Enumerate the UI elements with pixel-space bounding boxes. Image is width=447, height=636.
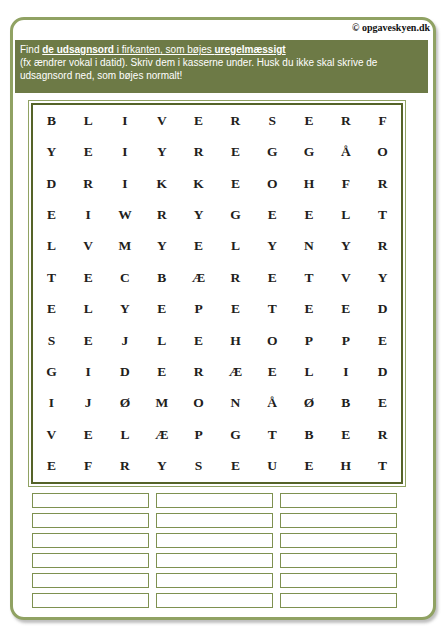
grid-cell: E	[254, 262, 291, 293]
grid-cell: H	[217, 325, 254, 356]
grid-cell: E	[291, 199, 328, 230]
answer-boxes	[32, 493, 397, 608]
grid-cell: J	[107, 325, 144, 356]
grid-cell: P	[180, 293, 217, 324]
grid-cell: V	[143, 105, 180, 136]
grid-cell: D	[364, 293, 401, 324]
grid-cell: O	[180, 388, 217, 419]
grid-cell: T	[364, 451, 401, 482]
grid-cell: E	[291, 105, 328, 136]
grid-cell: E	[180, 231, 217, 262]
grid-cell: E	[254, 199, 291, 230]
answer-box	[32, 493, 149, 508]
grid-cell: R	[364, 231, 401, 262]
grid-cell: Y	[180, 199, 217, 230]
answer-box	[32, 593, 149, 608]
grid-cell: R	[180, 356, 217, 387]
answer-box	[280, 533, 397, 548]
instruction-text-line2: (fx ændrer vokal i datid). Skriv dem i k…	[20, 57, 377, 81]
grid-cell: U	[254, 451, 291, 482]
grid-cell: E	[180, 325, 217, 356]
grid-cell: Y	[143, 231, 180, 262]
grid-cell: E	[70, 419, 107, 450]
grid-cell: E	[33, 199, 70, 230]
grid-cell: R	[364, 419, 401, 450]
grid-cell: Æ	[217, 356, 254, 387]
grid-cell: S	[33, 325, 70, 356]
grid-cell: L	[33, 231, 70, 262]
grid-cell: B	[291, 419, 328, 450]
grid-cell: P	[327, 325, 364, 356]
grid-cell: Y	[33, 136, 70, 167]
grid-cell: K	[180, 168, 217, 199]
grid-cell: E	[291, 293, 328, 324]
grid-cell: L	[143, 325, 180, 356]
instruction-text-bold-2: uregelmæssigt	[215, 44, 286, 55]
grid-cell: Æ	[143, 419, 180, 450]
grid-cell: S	[254, 105, 291, 136]
grid-cell: Æ	[180, 262, 217, 293]
grid-cell: E	[33, 293, 70, 324]
answer-box	[156, 493, 273, 508]
copyright-label: © opgaveskyen.dk	[352, 22, 430, 33]
grid-cell: Ø	[107, 388, 144, 419]
answer-box	[280, 513, 397, 528]
grid-cell: G	[217, 199, 254, 230]
grid-cell: R	[217, 105, 254, 136]
grid-cell: S	[180, 451, 217, 482]
answer-box	[280, 493, 397, 508]
grid-cell: W	[107, 199, 144, 230]
instruction-text-bold-1: de udsagnsord	[42, 44, 114, 55]
grid-cell: E	[254, 356, 291, 387]
answer-box	[32, 533, 149, 548]
grid-cell: N	[217, 388, 254, 419]
grid-cell: E	[70, 325, 107, 356]
grid-cell: O	[254, 325, 291, 356]
answer-box	[32, 573, 149, 588]
grid-cell: G	[217, 419, 254, 450]
answer-box	[32, 513, 149, 528]
grid-cell: E	[364, 325, 401, 356]
grid-cell: T	[33, 262, 70, 293]
grid-cell: V	[33, 419, 70, 450]
grid-cell: Y	[364, 262, 401, 293]
grid-cell: M	[143, 388, 180, 419]
grid-cell: T	[364, 199, 401, 230]
grid-cell: N	[291, 231, 328, 262]
grid-cell: I	[70, 356, 107, 387]
grid-cell: F	[327, 168, 364, 199]
grid-cell: L	[291, 356, 328, 387]
grid-cell: L	[327, 199, 364, 230]
word-search-board: BLIVERSERFYEIYREGGÅODRIKKEOHFREIWRYGEELT…	[28, 100, 406, 487]
grid-cell: R	[180, 136, 217, 167]
instruction-text-underline: i firkanten, som bøjes	[114, 44, 215, 55]
grid-cell: B	[33, 105, 70, 136]
answer-box	[280, 593, 397, 608]
grid-cell: E	[217, 293, 254, 324]
grid-cell: F	[70, 451, 107, 482]
grid-cell: G	[254, 136, 291, 167]
grid-cell: E	[217, 136, 254, 167]
grid-cell: E	[33, 451, 70, 482]
grid-cell: I	[70, 199, 107, 230]
grid-cell: Ø	[291, 388, 328, 419]
grid-cell: E	[143, 293, 180, 324]
grid-cell: H	[291, 168, 328, 199]
grid-cell: E	[364, 388, 401, 419]
grid-cell: F	[364, 105, 401, 136]
grid-cell: E	[180, 105, 217, 136]
grid-cell: T	[254, 419, 291, 450]
answer-box	[156, 513, 273, 528]
grid-cell: L	[107, 419, 144, 450]
grid-cell: T	[291, 262, 328, 293]
grid-cell: E	[217, 168, 254, 199]
grid-cell: M	[107, 231, 144, 262]
grid-cell: I	[33, 388, 70, 419]
grid-cell: R	[107, 451, 144, 482]
answer-box	[156, 533, 273, 548]
grid-cell: I	[107, 105, 144, 136]
grid-cell: R	[217, 262, 254, 293]
grid-cell: E	[70, 262, 107, 293]
grid-cell: H	[327, 451, 364, 482]
answer-box	[280, 573, 397, 588]
grid-cell: Å	[254, 388, 291, 419]
answer-box	[156, 593, 273, 608]
grid-cell: P	[291, 325, 328, 356]
grid-cell: E	[217, 451, 254, 482]
grid-cell: Y	[143, 136, 180, 167]
grid-cell: K	[143, 168, 180, 199]
grid-cell: E	[327, 419, 364, 450]
grid-cell: E	[291, 451, 328, 482]
grid-cell: T	[254, 293, 291, 324]
grid-cell: B	[327, 388, 364, 419]
grid-cell: Y	[107, 293, 144, 324]
grid-cell: I	[107, 168, 144, 199]
answer-box	[156, 553, 273, 568]
answer-box	[280, 553, 397, 568]
grid-cell: P	[180, 419, 217, 450]
grid-cell: I	[107, 136, 144, 167]
grid-cell: J	[70, 388, 107, 419]
grid-cell: G	[291, 136, 328, 167]
grid-cell: Y	[143, 451, 180, 482]
grid-cell: V	[327, 262, 364, 293]
grid-cell: L	[217, 231, 254, 262]
grid-cell: R	[70, 168, 107, 199]
worksheet-page: © opgaveskyen.dk Find de udsagnsord i fi…	[0, 0, 447, 636]
grid-cell: E	[327, 293, 364, 324]
grid-cell: B	[143, 262, 180, 293]
grid-cell: Å	[327, 136, 364, 167]
answer-box	[156, 573, 273, 588]
grid-cell: Y	[254, 231, 291, 262]
grid-cell: R	[364, 168, 401, 199]
grid-cell: O	[254, 168, 291, 199]
grid-cell: R	[143, 199, 180, 230]
grid-cell: L	[70, 293, 107, 324]
grid-cell: D	[107, 356, 144, 387]
grid-cell: O	[364, 136, 401, 167]
grid-cell: G	[33, 356, 70, 387]
grid-cell: L	[70, 105, 107, 136]
grid-cell: D	[364, 356, 401, 387]
grid-cell: E	[70, 136, 107, 167]
grid-cell: V	[70, 231, 107, 262]
grid-cell: I	[327, 356, 364, 387]
instruction-text-plain: Find	[20, 44, 42, 55]
answer-box	[32, 553, 149, 568]
word-search-board-inner: BLIVERSERFYEIYREGGÅODRIKKEOHFREIWRYGEELT…	[31, 103, 403, 484]
grid-cell: D	[33, 168, 70, 199]
grid-cell: E	[143, 356, 180, 387]
grid-cell: Y	[327, 231, 364, 262]
grid-cell: R	[327, 105, 364, 136]
grid-cell: C	[107, 262, 144, 293]
instruction-banner: Find de udsagnsord i firkanten, som bøje…	[15, 40, 428, 93]
